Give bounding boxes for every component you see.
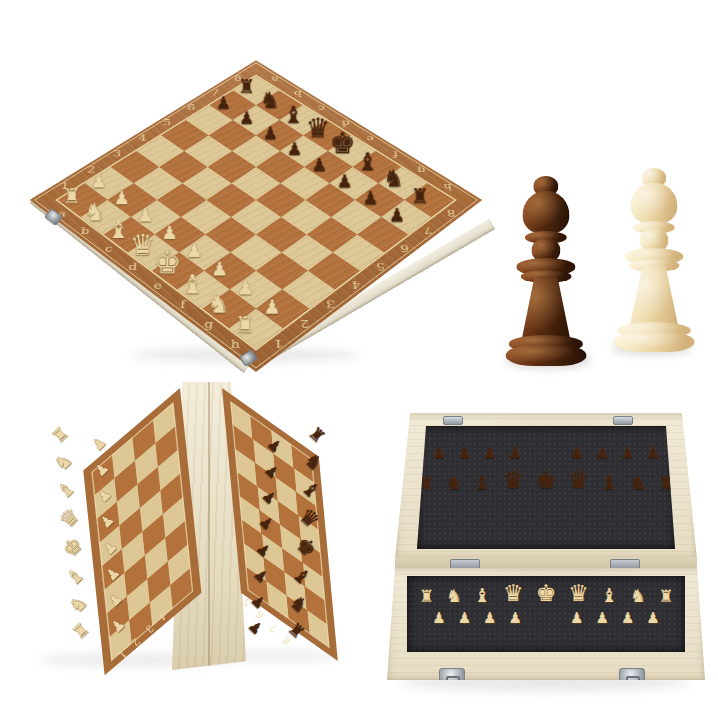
file-label-e: e [150, 279, 166, 290]
boxed-piece-light-queen[interactable]: ♛ [568, 582, 589, 605]
piece-dark-pawn[interactable]: ♟ [362, 189, 378, 207]
boxed-piece-dark-pawn[interactable]: ♟ [646, 446, 659, 461]
piece-light-queen[interactable]: ♛ [129, 231, 155, 260]
lid-pawn-row: ♟♟♟♟♟♟♟♟ [432, 446, 660, 461]
lid-latch[interactable] [443, 416, 463, 425]
stored-piece-light-bishop[interactable]: ♝ [54, 477, 79, 503]
boxed-piece-dark-knight[interactable]: ♞ [446, 474, 462, 492]
stored-piece-light-rook[interactable]: ♜ [70, 619, 93, 642]
piece-dark-pawn[interactable]: ♟ [336, 172, 352, 190]
boxed-piece-light-pawn[interactable]: ♟ [458, 611, 471, 626]
file-label-top-f: f [388, 149, 402, 159]
chess-board-3d: ♜♞♝♛♚♝♞♜♟♟♟♟♟♟♟♟♟♟♟♟♟♟♟♟♜♞♝♛♚♝♞♜ aa11bb2… [30, 60, 483, 372]
piece-dark-knight[interactable]: ♞ [260, 89, 280, 112]
piece-light-rook[interactable]: ♜ [62, 186, 81, 207]
storage-box-photo: ♟♟♟♟♟♟♟♟ ♜♞♝♛♚♛♝♞♜ ♜♞♝♛♚♛♝♞♜ ♟♟♟♟♟♟♟♟ [380, 405, 710, 700]
square-e4[interactable] [231, 200, 281, 235]
piece-dark-queen[interactable]: ♛ [305, 115, 329, 142]
file-label-top-h: h [440, 182, 455, 192]
piece-dark-bishop[interactable]: ♝ [283, 103, 304, 127]
boxed-piece-dark-knight[interactable]: ♞ [630, 474, 646, 492]
king-body [625, 266, 683, 329]
open-board-photo: ♜♞♝♛♚♝♞♜♟♟♟♟♟♟♟♟♟♟♟♟♟♟♟♟♜♞♝♛♚♝♞♜ aa11bb2… [0, 0, 520, 390]
rank-label-right-2: 2 [297, 318, 313, 330]
boxed-piece-light-bishop[interactable]: ♝ [601, 586, 618, 605]
file-label-b: b [77, 225, 92, 236]
piece-light-pawn[interactable]: ♟ [211, 259, 228, 278]
rank-label-5: 5 [160, 118, 174, 127]
stored-piece-dark-bishop[interactable]: ♝ [299, 477, 324, 503]
rank-label-right-8: 8 [443, 208, 458, 218]
rank-label-right-7: 7 [420, 225, 435, 236]
rank-label-right-3: 3 [323, 298, 339, 310]
piece-light-pawn[interactable]: ♟ [263, 297, 280, 316]
stored-piece-dark-knight[interactable]: ♞ [287, 591, 312, 617]
piece-dark-rook[interactable]: ♜ [238, 77, 256, 97]
square-d5[interactable] [232, 167, 281, 200]
lid-major-row: ♜♞♝♛♚♛♝♞♜ [419, 469, 674, 492]
boxed-piece-light-bishop[interactable]: ♝ [474, 586, 491, 605]
tray-pawn-row: ♟♟♟♟♟♟♟♟ [432, 611, 660, 626]
lid-foam-insert: ♟♟♟♟♟♟♟♟ ♜♞♝♛♚♛♝♞♜ [417, 426, 675, 549]
piece-light-pawn[interactable]: ♟ [185, 241, 202, 260]
boxed-piece-dark-rook[interactable]: ♜ [658, 475, 673, 492]
boxed-piece-dark-king[interactable]: ♚ [536, 469, 557, 492]
stored-piece-light-pawn[interactable]: ♟ [95, 486, 115, 506]
rank-label-3: 3 [110, 149, 124, 159]
stored-piece-dark-queen[interactable]: ♛ [294, 504, 322, 532]
stored-piece-light-pawn[interactable]: ♟ [89, 434, 109, 454]
piece-light-king[interactable]: ♚ [153, 247, 181, 279]
piece-dark-pawn[interactable]: ♟ [388, 206, 404, 224]
piece-light-bishop[interactable]: ♝ [180, 271, 204, 298]
boxed-piece-light-pawn[interactable]: ♟ [595, 611, 608, 626]
piece-light-knight[interactable]: ♞ [207, 291, 230, 317]
piece-dark-pawn[interactable]: ♟ [286, 140, 302, 157]
rank-label-6: 6 [185, 103, 199, 112]
king-body [517, 278, 575, 343]
file-label-top-g: g [414, 165, 429, 175]
boxed-piece-light-pawn[interactable]: ♟ [509, 611, 522, 626]
box-hinge-bar [395, 557, 697, 569]
boxed-piece-dark-queen[interactable]: ♛ [503, 469, 524, 492]
stored-piece-light-king[interactable]: ♚ [58, 534, 86, 562]
file-label-h: h [227, 338, 243, 350]
file-label-c: c [101, 243, 116, 254]
stored-piece-dark-pawn[interactable]: ♟ [259, 488, 279, 508]
boxed-piece-dark-rook[interactable]: ♜ [419, 475, 434, 492]
piece-light-pawn[interactable]: ♟ [161, 223, 178, 242]
box-lid[interactable]: ♟♟♟♟♟♟♟♟ ♜♞♝♛♚♛♝♞♜ [395, 413, 697, 559]
piece-light-pawn[interactable]: ♟ [90, 172, 106, 190]
stored-piece-dark-knight[interactable]: ♞ [302, 449, 327, 475]
boxed-piece-dark-queen[interactable]: ♛ [568, 469, 589, 492]
piece-light-pawn[interactable]: ♟ [137, 206, 153, 224]
boxed-piece-dark-pawn[interactable]: ♟ [570, 446, 583, 461]
stored-piece-dark-pawn[interactable]: ♟ [256, 514, 276, 534]
stored-piece-light-pawn[interactable]: ♟ [100, 538, 120, 558]
boxed-piece-light-pawn[interactable]: ♟ [432, 611, 445, 626]
boxed-piece-light-rook[interactable]: ♜ [419, 588, 434, 605]
box-tray[interactable]: ♜♞♝♛♚♛♝♞♜ ♟♟♟♟♟♟♟♟ [387, 568, 705, 680]
boxed-piece-dark-pawn[interactable]: ♟ [458, 446, 471, 461]
rank-label-right-6: 6 [397, 243, 413, 254]
boxed-piece-light-knight[interactable]: ♞ [630, 587, 646, 605]
boxed-piece-dark-pawn[interactable]: ♟ [432, 446, 445, 461]
lid-latch[interactable] [613, 416, 633, 425]
file-label-d: d [125, 261, 141, 272]
piece-dark-king[interactable]: ♚ [329, 128, 355, 157]
file-label-g: g [201, 318, 217, 330]
file-label-top-b: b [291, 89, 304, 98]
boxed-piece-light-king[interactable]: ♚ [536, 582, 557, 605]
piece-light-rook[interactable]: ♜ [235, 314, 256, 337]
boxed-piece-light-queen[interactable]: ♛ [503, 582, 524, 605]
tray-major-row: ♜♞♝♛♚♛♝♞♜ [419, 582, 674, 605]
file-label-top-e: e [363, 134, 377, 143]
rank-label-right-4: 4 [348, 279, 364, 290]
stored-piece-light-queen[interactable]: ♛ [55, 504, 83, 532]
boxed-piece-dark-pawn[interactable]: ♟ [595, 446, 608, 461]
king-base [614, 332, 695, 352]
boxed-piece-dark-bishop[interactable]: ♝ [601, 473, 618, 492]
stored-piece-light-knight[interactable]: ♞ [66, 591, 91, 617]
stored-piece-dark-king[interactable]: ♚ [291, 534, 319, 562]
boxed-piece-light-knight[interactable]: ♞ [446, 587, 462, 605]
piece-light-pawn[interactable]: ♟ [236, 278, 253, 297]
file-label-top-a: a [268, 75, 281, 84]
folded-board-photo: ♜♞♝♛♚♝♞♜ ♟♟♟♟♟♟♟♟ ♟♟♟♟♟♟♟♟ ♜♞♝♛♚♝♞♜ 1234… [0, 378, 360, 698]
fold-edge-number: 8 [280, 634, 292, 646]
stored-piece-dark-pawn[interactable]: ♟ [265, 436, 285, 456]
fold-edge-number: 6 [254, 609, 266, 621]
tray-foam-insert: ♜♞♝♛♚♛♝♞♜ ♟♟♟♟♟♟♟♟ [407, 576, 685, 652]
file-label-f: f [175, 298, 191, 310]
boxed-piece-dark-pawn[interactable]: ♟ [509, 446, 522, 461]
piece-dark-knight[interactable]: ♞ [383, 166, 404, 190]
boxed-piece-dark-pawn[interactable]: ♟ [621, 446, 634, 461]
boxed-piece-dark-bishop[interactable]: ♝ [474, 473, 491, 492]
boxed-piece-light-pawn[interactable]: ♟ [646, 611, 659, 626]
dark-king-closeup[interactable] [499, 174, 593, 366]
boxed-piece-light-pawn[interactable]: ♟ [483, 611, 496, 626]
king-base [506, 345, 587, 366]
stored-piece-light-pawn[interactable]: ♟ [92, 460, 112, 480]
stored-piece-dark-bishop[interactable]: ♝ [290, 564, 315, 590]
stored-piece-dark-pawn[interactable]: ♟ [251, 566, 271, 586]
piece-dark-rook[interactable]: ♜ [410, 186, 429, 207]
boxed-piece-light-pawn[interactable]: ♟ [570, 611, 583, 626]
rank-label-4: 4 [135, 133, 149, 142]
rank-label-right-1: 1 [270, 337, 286, 349]
chess-board-grid: ♜♞♝♛♚♝♞♜♟♟♟♟♟♟♟♟♟♟♟♟♟♟♟♟♜♞♝♛♚♝♞♜ [58, 76, 454, 348]
piece-dark-pawn[interactable]: ♟ [215, 94, 230, 111]
rank-label-right-5: 5 [373, 261, 389, 272]
stored-piece-dark-pawn[interactable]: ♟ [262, 462, 282, 482]
piece-dark-pawn[interactable]: ♟ [262, 125, 278, 142]
piece-light-knight[interactable]: ♞ [84, 200, 106, 224]
stored-piece-dark-rook[interactable]: ♜ [306, 424, 329, 447]
fold-edge-number: 2 [130, 636, 142, 648]
boxed-piece-light-pawn[interactable]: ♟ [621, 611, 634, 626]
king-crown [523, 191, 570, 233]
stored-piece-light-pawn[interactable]: ♟ [98, 512, 118, 532]
stored-piece-light-bishop[interactable]: ♝ [63, 564, 88, 590]
piece-light-bishop[interactable]: ♝ [107, 216, 130, 242]
stored-piece-dark-pawn[interactable]: ♟ [254, 540, 274, 560]
light-king-closeup[interactable] [607, 166, 701, 352]
piece-light-pawn[interactable]: ♟ [113, 189, 129, 207]
stored-piece-light-pawn[interactable]: ♟ [106, 590, 126, 610]
piece-dark-bishop[interactable]: ♝ [356, 149, 378, 174]
piece-dark-pawn[interactable]: ♟ [311, 156, 327, 174]
king-crown [631, 183, 678, 224]
stored-piece-light-pawn[interactable]: ♟ [103, 564, 123, 584]
stored-piece-light-rook[interactable]: ♜ [49, 424, 72, 447]
board-frame: ♜♞♝♛♚♝♞♜♟♟♟♟♟♟♟♟♟♟♟♟♟♟♟♟♜♞♝♛♚♝♞♜ aa11bb2… [30, 60, 483, 372]
stored-piece-light-knight[interactable]: ♞ [51, 449, 76, 475]
piece-dark-pawn[interactable]: ♟ [239, 109, 254, 126]
boxed-piece-light-rook[interactable]: ♜ [658, 588, 673, 605]
fold-edge-number: 7 [267, 622, 279, 634]
boxed-piece-dark-pawn[interactable]: ♟ [483, 446, 496, 461]
